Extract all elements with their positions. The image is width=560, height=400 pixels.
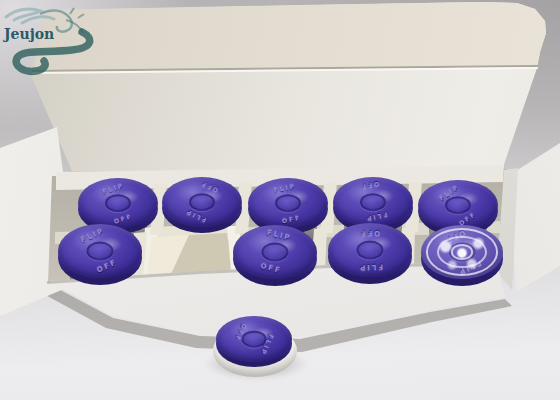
cap-top-face: FLIPOFF <box>421 225 503 279</box>
flip-off-cap: FLIPOFF <box>58 224 142 285</box>
cap-emboss-text-group: FLIPOFF <box>327 222 413 279</box>
cap-top-face: FLIPOFF <box>162 177 242 227</box>
cap-emboss-text: FLIP <box>237 221 320 249</box>
cap-emboss-text: OFF <box>222 297 260 369</box>
cap-emboss-text: FLIP <box>328 262 412 273</box>
cap-top-face: FLIPOFF <box>328 223 412 277</box>
cap-emboss-text: OFF <box>330 175 410 198</box>
cap-glare-ring <box>451 244 474 259</box>
cap-top-face: FLIPOFF <box>216 316 292 362</box>
cap-emboss-text-group: FLIPOFF <box>228 216 323 289</box>
cap-glare-reflection <box>421 225 503 279</box>
cap-emboss-text: FLIP <box>74 172 152 203</box>
cap-emboss-text: OFF <box>171 167 246 207</box>
cap-top-face: FLIPOFF <box>333 177 413 227</box>
flip-off-cap: FLIPOFF <box>328 223 412 284</box>
flip-off-cap: FLIPOFF <box>216 316 292 367</box>
cap-emboss-text: FLIP <box>245 176 325 199</box>
jeujon-watermark-logo: Jeujon <box>0 0 120 85</box>
flip-off-cap: FLIPOFF <box>233 225 317 286</box>
flip-off-cap: FLIPOFF <box>162 177 242 233</box>
cap-emboss-text: OFF <box>327 227 411 238</box>
cap-emboss-text-group: FLIPOFF <box>217 295 291 383</box>
product-photo-vial-box: FLIPOFFFLIPOFFFLIPOFFFLIPOFFFLIPOFFFLIPO… <box>0 0 560 400</box>
watermark-text: Jeujon <box>2 26 54 42</box>
cap-emboss-text: FLIP <box>248 309 286 381</box>
flip-off-cap: FLIPOFF <box>421 225 503 286</box>
cap-emboss-text: OFF <box>229 255 312 283</box>
cap-top-face: FLIPOFF <box>233 225 317 279</box>
cap-top-face: FLIPOFF <box>58 224 142 278</box>
